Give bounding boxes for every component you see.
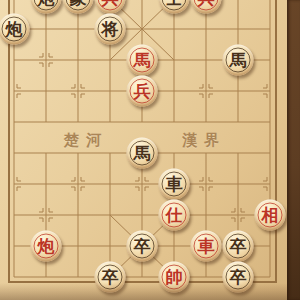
piece-ring	[162, 0, 187, 11]
piece-red-仕[interactable]: 仕	[159, 200, 190, 231]
piece-ring	[130, 234, 155, 259]
piece-ring	[2, 17, 27, 42]
piece-black-卒[interactable]: 卒	[223, 231, 254, 262]
piece-ring	[98, 0, 123, 11]
piece-ring	[98, 17, 123, 42]
piece-ring	[130, 48, 155, 73]
piece-ring	[258, 203, 283, 228]
piece-ring	[130, 141, 155, 166]
piece-black-炮[interactable]: 炮	[0, 14, 30, 45]
piece-red-馬[interactable]: 馬	[127, 45, 158, 76]
piece-red-車[interactable]: 車	[191, 231, 222, 262]
piece-ring	[34, 0, 59, 11]
piece-black-馬[interactable]: 馬	[223, 45, 254, 76]
piece-red-兵[interactable]: 兵	[127, 76, 158, 107]
piece-black-馬[interactable]: 馬	[127, 138, 158, 169]
piece-ring	[194, 234, 219, 259]
piece-ring	[226, 234, 251, 259]
piece-black-卒[interactable]: 卒	[127, 231, 158, 262]
piece-red-炮[interactable]: 炮	[31, 231, 62, 262]
river-label-left: 楚河	[64, 131, 108, 150]
piece-ring	[226, 48, 251, 73]
piece-ring	[34, 234, 59, 259]
piece-black-車[interactable]: 車	[159, 169, 190, 200]
piece-ring	[194, 0, 219, 11]
board-frame-bevel	[0, 283, 288, 300]
piece-ring	[162, 172, 187, 197]
game-screen: 楚河 漢界 炮象兵士兵炮将馬馬兵馬車仕相炮卒車卒卒帥卒	[0, 0, 300, 300]
piece-ring	[66, 0, 91, 11]
piece-black-将[interactable]: 将	[95, 14, 126, 45]
river-label-right: 漢界	[182, 131, 226, 150]
piece-ring	[162, 203, 187, 228]
piece-ring	[130, 79, 155, 104]
table-background	[287, 0, 300, 300]
piece-red-相[interactable]: 相	[255, 200, 286, 231]
